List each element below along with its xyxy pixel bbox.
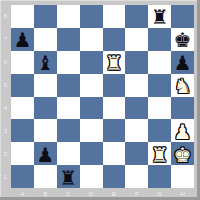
square-f6[interactable] [125,51,148,74]
white-king-h2[interactable]: ♚ [174,145,192,165]
file-label-d: D [80,188,103,199]
square-h8[interactable] [171,5,194,28]
square-h3[interactable]: ♟ [171,119,194,142]
square-g8[interactable]: ♜ [148,5,171,28]
square-e4[interactable] [103,97,126,120]
rank-label-1: 1 [0,165,11,188]
square-h1[interactable] [171,165,194,188]
square-b6[interactable]: ♝ [34,51,57,74]
square-a1[interactable] [11,165,34,188]
square-d2[interactable] [80,142,103,165]
square-d6[interactable] [80,51,103,74]
square-f4[interactable] [125,97,148,120]
square-c3[interactable] [57,119,80,142]
white-rook-g2[interactable]: ♜ [151,145,169,165]
square-f2[interactable] [125,142,148,165]
square-h5[interactable]: ♞ [171,74,194,97]
square-c4[interactable] [57,97,80,120]
rank-label-8: 8 [0,5,11,28]
square-e8[interactable] [103,5,126,28]
square-e3[interactable] [103,119,126,142]
square-a8[interactable] [11,5,34,28]
file-label-h: H [171,188,194,199]
square-d5[interactable] [80,74,103,97]
chess-board: ♜♟♚♝♜♟♞♟♟♜♚♜ [11,5,194,188]
square-f5[interactable] [125,74,148,97]
square-h4[interactable] [171,97,194,120]
square-h2[interactable]: ♚ [171,142,194,165]
white-pawn-h3[interactable]: ♟ [174,122,192,142]
square-g7[interactable] [148,28,171,51]
square-c1[interactable]: ♜ [57,165,80,188]
square-g5[interactable] [148,74,171,97]
file-label-e: E [103,188,126,199]
rank-label-3: 3 [0,119,11,142]
file-label-f: F [125,188,148,199]
file-label-b: B [34,188,57,199]
file-label-g: G [148,188,171,199]
square-b1[interactable] [34,165,57,188]
black-pawn-b2[interactable]: ♟ [36,145,54,165]
square-b8[interactable] [34,5,57,28]
square-a7[interactable]: ♟ [11,28,34,51]
square-g2[interactable]: ♜ [148,142,171,165]
white-knight-h5[interactable]: ♞ [174,76,192,96]
file-labels: ABCDEFGH [11,188,194,199]
rank-label-6: 6 [0,51,11,74]
rank-label-5: 5 [0,74,11,97]
square-a4[interactable] [11,97,34,120]
square-b4[interactable] [34,97,57,120]
square-d1[interactable] [80,165,103,188]
square-g4[interactable] [148,97,171,120]
black-bishop-b6[interactable]: ♝ [36,53,54,73]
black-pawn-a7[interactable]: ♟ [13,30,31,50]
square-e5[interactable] [103,74,126,97]
white-rook-e6[interactable]: ♜ [105,53,123,73]
rank-labels: 87654321 [0,5,11,188]
square-e7[interactable] [103,28,126,51]
square-h6[interactable]: ♟ [171,51,194,74]
square-a5[interactable] [11,74,34,97]
square-e2[interactable] [103,142,126,165]
square-g1[interactable] [148,165,171,188]
square-g3[interactable] [148,119,171,142]
square-c7[interactable] [57,28,80,51]
square-f1[interactable] [125,165,148,188]
square-a3[interactable] [11,119,34,142]
rank-label-7: 7 [0,28,11,51]
square-g6[interactable] [148,51,171,74]
black-rook-g8[interactable]: ♜ [151,7,169,27]
square-a6[interactable] [11,51,34,74]
square-c6[interactable] [57,51,80,74]
file-label-c: C [57,188,80,199]
rank-label-2: 2 [0,142,11,165]
square-f8[interactable] [125,5,148,28]
square-d7[interactable] [80,28,103,51]
black-king-h7[interactable]: ♚ [174,30,192,50]
square-f3[interactable] [125,119,148,142]
rank-label-4: 4 [0,97,11,120]
square-e6[interactable]: ♜ [103,51,126,74]
square-d3[interactable] [80,119,103,142]
square-c5[interactable] [57,74,80,97]
square-e1[interactable] [103,165,126,188]
chessboard-frame: 87654321 ♜♟♚♝♜♟♞♟♟♜♚♜ ABCDEFGH [0,0,200,200]
square-c2[interactable] [57,142,80,165]
square-f7[interactable] [125,28,148,51]
square-a2[interactable] [11,142,34,165]
square-b2[interactable]: ♟ [34,142,57,165]
square-b5[interactable] [34,74,57,97]
black-pawn-h6[interactable]: ♟ [174,53,192,73]
square-b3[interactable] [34,119,57,142]
black-rook-c1[interactable]: ♜ [59,168,77,188]
square-c8[interactable] [57,5,80,28]
square-h7[interactable]: ♚ [171,28,194,51]
square-b7[interactable] [34,28,57,51]
square-d4[interactable] [80,97,103,120]
square-d8[interactable] [80,5,103,28]
file-label-a: A [11,188,34,199]
